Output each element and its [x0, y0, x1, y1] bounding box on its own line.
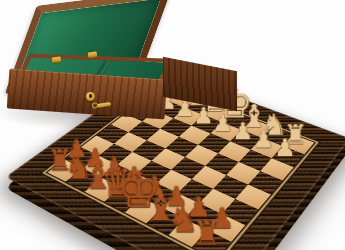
- product-photo: ♜♞♝♛♚♝♞♜♟♟♟♟♟♟♟♟♟♟♟♟♟♟♟♟♜♞♝♛♚♝♞♜: [0, 0, 345, 250]
- brass-hinge-icon: [88, 51, 98, 58]
- keyhole-escutcheon-icon: [86, 92, 95, 101]
- box-side-panel: [163, 57, 237, 111]
- piece-white-pawn-h2: ♟: [263, 136, 307, 160]
- piece-black-rook-h8: ♜: [181, 217, 234, 249]
- brass-hinge-icon: [52, 56, 62, 63]
- storage-box: [0, 0, 260, 135]
- square-h8: ♜: [192, 230, 231, 250]
